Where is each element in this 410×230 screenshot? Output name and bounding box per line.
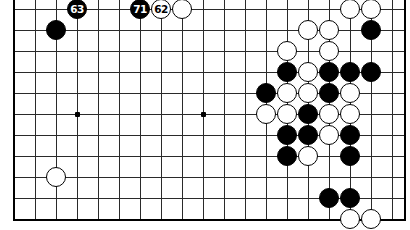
grid-vline: [245, 0, 246, 220]
stone-white: [172, 0, 192, 19]
stone-white: [46, 167, 66, 187]
stone-white: [319, 104, 339, 124]
stone-black: [361, 20, 381, 40]
grid-vline: [161, 0, 162, 220]
grid-vline: [98, 0, 99, 220]
stone-white: [319, 125, 339, 145]
star-point: [201, 112, 206, 117]
stone-black: [277, 146, 297, 166]
grid-vline: [203, 0, 204, 220]
stone-white: [277, 41, 297, 61]
stone-black-move-63: 63: [67, 0, 87, 19]
stone-black: [340, 125, 360, 145]
grid-hline: [13, 51, 405, 52]
stone-white: [361, 0, 381, 19]
stone-white: [298, 83, 318, 103]
stone-white: [256, 104, 276, 124]
stone-white: [298, 146, 318, 166]
stone-white: [361, 209, 381, 229]
grid-vline: [140, 0, 141, 220]
stone-black: [277, 125, 297, 145]
stone-white: [319, 20, 339, 40]
stone-black: [298, 104, 318, 124]
stone-white: [340, 209, 360, 229]
grid-vline: [119, 0, 120, 220]
stone-black: [46, 20, 66, 40]
stone-black: [340, 62, 360, 82]
stone-white: [340, 104, 360, 124]
star-point: [75, 112, 80, 117]
stone-white: [298, 20, 318, 40]
stone-white-move-62: 62: [151, 0, 171, 19]
grid-vline: [224, 0, 225, 220]
stone-black: [277, 62, 297, 82]
stone-black-move-71: 71: [130, 0, 150, 19]
grid-vline: [392, 0, 393, 220]
stone-white: [298, 62, 318, 82]
stone-black: [361, 62, 381, 82]
stone-black: [340, 188, 360, 208]
stone-black: [319, 188, 339, 208]
board-left-edge: [13, 0, 15, 221]
stone-black: [319, 62, 339, 82]
grid-vline: [182, 0, 183, 220]
stone-black: [298, 125, 318, 145]
stone-black: [319, 83, 339, 103]
stone-white: [319, 41, 339, 61]
stone-white: [277, 83, 297, 103]
grid-hline: [13, 30, 405, 31]
grid-hline: [13, 177, 405, 178]
stone-white: [340, 83, 360, 103]
grid-vline: [35, 0, 36, 220]
grid-vline: [77, 0, 78, 220]
stone-white: [340, 0, 360, 19]
stone-black: [340, 146, 360, 166]
stone-white: [277, 104, 297, 124]
stone-black: [256, 83, 276, 103]
go-board-diagram: 637162: [0, 0, 410, 230]
diagram-right-frame: [404, 0, 406, 221]
